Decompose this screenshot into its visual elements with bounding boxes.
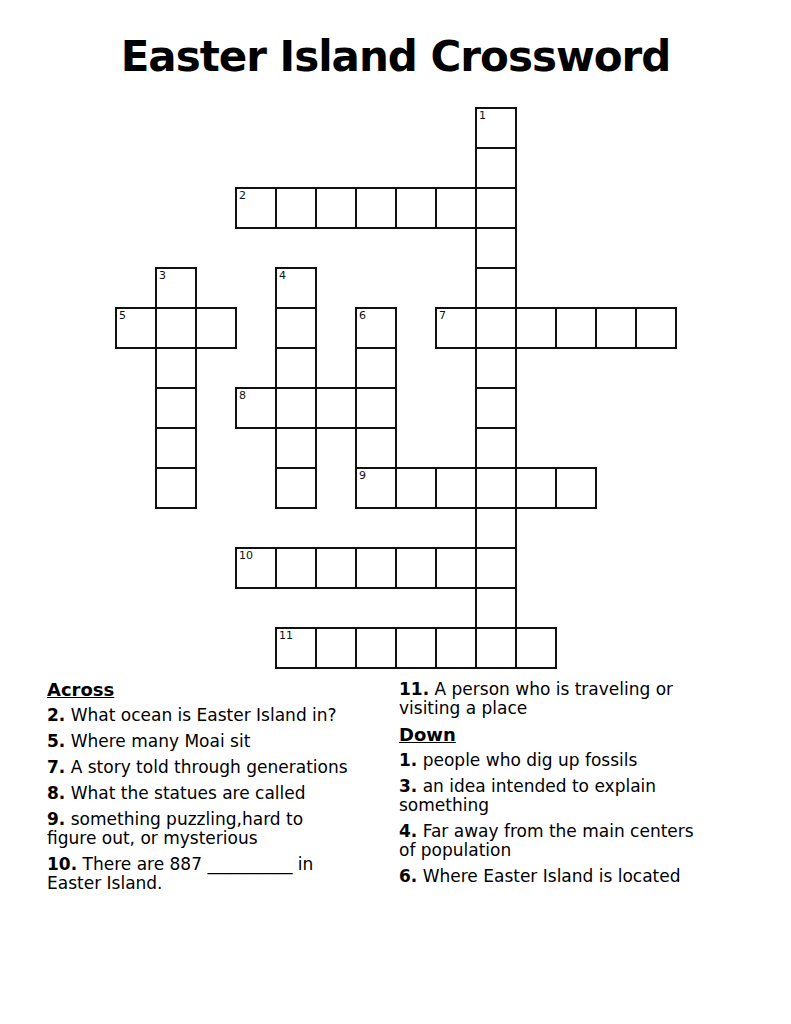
grid-cell-r5-c1[interactable] (155, 307, 197, 349)
grid-cell-r3-c9[interactable] (475, 227, 517, 269)
clue-number: 3. (399, 776, 417, 796)
clue-number: 8. (47, 783, 65, 803)
down-clue-list: 1. people who dig up fossils3. an idea i… (399, 751, 721, 886)
cell-number-2: 2 (239, 189, 246, 202)
grid-cell-r9-c6[interactable]: 9 (355, 467, 397, 509)
grid-cell-r6-c9[interactable] (475, 347, 517, 389)
clue-text: What ocean is Easter Island in? (71, 705, 337, 725)
grid-cell-r7-c9[interactable] (475, 387, 517, 429)
grid-cell-r2-c5[interactable] (315, 187, 357, 229)
grid-cell-r13-c10[interactable] (515, 627, 557, 669)
page-title: Easter Island Crossword (0, 32, 791, 81)
clue-number: 4. (399, 821, 417, 841)
grid-cell-r9-c7[interactable] (395, 467, 437, 509)
down-header: Down (399, 725, 721, 745)
grid-cell-r11-c6[interactable] (355, 547, 397, 589)
clue-text: A story told through generations (71, 757, 348, 777)
clue-across-8: 8. What the statues are called (47, 784, 397, 803)
grid-cell-r13-c9[interactable] (475, 627, 517, 669)
grid-cell-r7-c3[interactable]: 8 (235, 387, 277, 429)
clue-down-1: 1. people who dig up fossils (399, 751, 721, 770)
grid-cell-r5-c10[interactable] (515, 307, 557, 349)
clue-text: There are 887 __________ in Easter Islan… (47, 854, 313, 893)
across-clue-overflow: 11. A person who is traveling or visitin… (399, 680, 721, 718)
grid-cell-r5-c8[interactable]: 7 (435, 307, 477, 349)
grid-cell-r13-c7[interactable] (395, 627, 437, 669)
cell-number-5: 5 (119, 309, 126, 322)
grid-cell-r8-c4[interactable] (275, 427, 317, 469)
grid-cell-r2-c8[interactable] (435, 187, 477, 229)
grid-cell-r6-c1[interactable] (155, 347, 197, 389)
grid-cell-r13-c6[interactable] (355, 627, 397, 669)
grid-cell-r7-c6[interactable] (355, 387, 397, 429)
clue-text: What the statues are called (71, 783, 306, 803)
crossword-grid: 1234567891011 (115, 107, 679, 671)
grid-cell-r5-c11[interactable] (555, 307, 597, 349)
grid-cell-r0-c9[interactable]: 1 (475, 107, 517, 149)
clues-column-right: 11. A person who is traveling or visitin… (399, 680, 721, 893)
grid-cell-r13-c4[interactable]: 11 (275, 627, 317, 669)
grid-cell-r7-c1[interactable] (155, 387, 197, 429)
cell-number-10: 10 (239, 549, 253, 562)
clue-text: people who dig up fossils (423, 750, 638, 770)
grid-cell-r9-c9[interactable] (475, 467, 517, 509)
clue-across-9: 9. something puzzling,hard to figure out… (47, 810, 397, 848)
cell-number-8: 8 (239, 389, 246, 402)
grid-cell-r9-c11[interactable] (555, 467, 597, 509)
grid-cell-r13-c5[interactable] (315, 627, 357, 669)
cell-number-7: 7 (439, 309, 446, 322)
grid-cell-r6-c4[interactable] (275, 347, 317, 389)
cell-number-6: 6 (359, 309, 366, 322)
clue-number: 2. (47, 705, 65, 725)
grid-cell-r2-c9[interactable] (475, 187, 517, 229)
grid-cell-r2-c4[interactable] (275, 187, 317, 229)
clue-number: 10. (47, 854, 77, 874)
grid-cell-r5-c0[interactable]: 5 (115, 307, 157, 349)
clue-text: Where Easter Island is located (423, 866, 681, 886)
grid-cell-r7-c4[interactable] (275, 387, 317, 429)
grid-cell-r9-c4[interactable] (275, 467, 317, 509)
grid-cell-r5-c13[interactable] (635, 307, 677, 349)
clue-down-3: 3. an idea intended to explain something (399, 777, 721, 815)
grid-cell-r9-c1[interactable] (155, 467, 197, 509)
grid-cell-r8-c1[interactable] (155, 427, 197, 469)
grid-cell-r11-c5[interactable] (315, 547, 357, 589)
grid-cell-r2-c7[interactable] (395, 187, 437, 229)
grid-cell-r6-c6[interactable] (355, 347, 397, 389)
grid-cell-r10-c9[interactable] (475, 507, 517, 549)
cell-number-9: 9 (359, 469, 366, 482)
grid-cell-r11-c7[interactable] (395, 547, 437, 589)
clue-across-11: 11. A person who is traveling or visitin… (399, 680, 721, 718)
grid-cell-r9-c10[interactable] (515, 467, 557, 509)
cell-number-1: 1 (479, 109, 486, 122)
cell-number-11: 11 (279, 629, 293, 642)
clue-text: A person who is traveling or visiting a … (399, 679, 673, 718)
cell-number-3: 3 (159, 269, 166, 282)
clues-column-left: Across 2. What ocean is Easter Island in… (47, 680, 397, 900)
clue-number: 11. (399, 679, 429, 699)
clue-across-2: 2. What ocean is Easter Island in? (47, 706, 397, 725)
clue-number: 6. (399, 866, 417, 886)
grid-cell-r11-c9[interactable] (475, 547, 517, 589)
cell-number-4: 4 (279, 269, 286, 282)
grid-cell-r2-c6[interactable] (355, 187, 397, 229)
grid-cell-r5-c9[interactable] (475, 307, 517, 349)
across-header: Across (47, 680, 397, 700)
grid-cell-r5-c4[interactable] (275, 307, 317, 349)
clue-number: 9. (47, 809, 65, 829)
clue-across-5: 5. Where many Moai sit (47, 732, 397, 751)
clue-number: 7. (47, 757, 65, 777)
grid-cell-r5-c2[interactable] (195, 307, 237, 349)
clue-number: 5. (47, 731, 65, 751)
across-clue-list: 2. What ocean is Easter Island in?5. Whe… (47, 706, 397, 893)
clue-text: Far away from the main centers of popula… (399, 821, 694, 860)
clue-text: Where many Moai sit (71, 731, 251, 751)
grid-cell-r2-c3[interactable]: 2 (235, 187, 277, 229)
grid-cell-r7-c5[interactable] (315, 387, 357, 429)
grid-cell-r1-c9[interactable] (475, 147, 517, 189)
clue-text: something puzzling,hard to figure out, o… (47, 809, 303, 848)
grid-cell-r13-c8[interactable] (435, 627, 477, 669)
grid-cell-r11-c8[interactable] (435, 547, 477, 589)
grid-cell-r9-c8[interactable] (435, 467, 477, 509)
clue-down-4: 4. Far away from the main centers of pop… (399, 822, 721, 860)
grid-cell-r4-c1[interactable]: 3 (155, 267, 197, 309)
grid-cell-r5-c12[interactable] (595, 307, 637, 349)
clue-down-6: 6. Where Easter Island is located (399, 867, 721, 886)
grid-cell-r11-c3[interactable]: 10 (235, 547, 277, 589)
clue-across-7: 7. A story told through generations (47, 758, 397, 777)
grid-cell-r8-c6[interactable] (355, 427, 397, 469)
clue-text: an idea intended to explain something (399, 776, 656, 815)
grid-cell-r12-c9[interactable] (475, 587, 517, 629)
grid-cell-r5-c6[interactable]: 6 (355, 307, 397, 349)
grid-cell-r11-c4[interactable] (275, 547, 317, 589)
clue-number: 1. (399, 750, 417, 770)
grid-cell-r8-c9[interactable] (475, 427, 517, 469)
grid-cell-r4-c4[interactable]: 4 (275, 267, 317, 309)
clue-across-10: 10. There are 887 __________ in Easter I… (47, 855, 397, 893)
grid-cell-r4-c9[interactable] (475, 267, 517, 309)
